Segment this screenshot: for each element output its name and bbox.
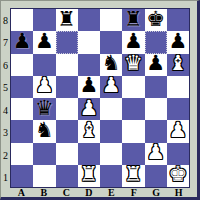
square-d1[interactable]: ♜ <box>78 165 100 187</box>
file-label-c: C <box>55 187 78 198</box>
square-g4[interactable] <box>145 98 167 120</box>
piece-white-pawn: ♟ <box>102 76 121 97</box>
file-labels: ABCDEFGH <box>10 187 190 198</box>
square-g1[interactable] <box>145 165 167 187</box>
square-b1[interactable] <box>33 165 55 187</box>
square-c2[interactable] <box>56 143 78 165</box>
piece-black-pawn: ♟ <box>13 31 32 52</box>
square-e4[interactable] <box>100 98 122 120</box>
square-e6[interactable]: ♞ <box>100 54 122 76</box>
square-d6[interactable] <box>78 54 100 76</box>
piece-black-queen: ♛ <box>35 98 54 119</box>
square-a1[interactable] <box>11 165 33 187</box>
board-frame: 87654321 ♜♜♚♟♟♟♟♞♛♟♝♟♟♟♛♟♞♝♟♟♜♜♚ ABCDEFG… <box>0 0 200 200</box>
square-b6[interactable] <box>33 54 55 76</box>
piece-black-knight: ♞ <box>102 54 121 75</box>
square-h2[interactable] <box>167 143 189 165</box>
piece-white-pawn: ♟ <box>146 143 165 164</box>
square-d5[interactable]: ♟ <box>78 76 100 98</box>
square-f2[interactable] <box>122 143 144 165</box>
square-f3[interactable] <box>122 120 144 142</box>
square-h7[interactable]: ♟ <box>167 31 189 53</box>
square-a7[interactable]: ♟ <box>11 31 33 53</box>
square-f1[interactable]: ♜ <box>122 165 144 187</box>
square-a3[interactable] <box>11 120 33 142</box>
piece-black-pawn: ♟ <box>79 76 98 97</box>
square-g8[interactable]: ♚ <box>145 9 167 31</box>
square-d4[interactable]: ♟ <box>78 98 100 120</box>
piece-black-rook: ♜ <box>124 9 143 30</box>
piece-white-pawn: ♟ <box>35 76 54 97</box>
square-c1[interactable] <box>56 165 78 187</box>
square-e2[interactable] <box>100 143 122 165</box>
square-f8[interactable]: ♜ <box>122 9 144 31</box>
square-a4[interactable] <box>11 98 33 120</box>
piece-white-pawn: ♟ <box>168 120 187 141</box>
square-g6[interactable]: ♟ <box>145 54 167 76</box>
rank-label-6: 6 <box>1 54 10 77</box>
piece-white-bishop: ♝ <box>79 120 98 141</box>
square-c7[interactable] <box>56 31 78 53</box>
piece-white-pawn: ♟ <box>79 98 98 119</box>
piece-white-queen: ♛ <box>124 54 143 75</box>
square-b5[interactable]: ♟ <box>33 76 55 98</box>
square-c4[interactable] <box>56 98 78 120</box>
piece-black-king: ♚ <box>146 9 165 30</box>
rank-label-3: 3 <box>1 122 10 145</box>
piece-white-rook: ♜ <box>124 165 143 186</box>
square-e5[interactable]: ♟ <box>100 76 122 98</box>
square-b2[interactable] <box>33 143 55 165</box>
piece-black-knight: ♞ <box>35 120 54 141</box>
square-h1[interactable]: ♚ <box>167 165 189 187</box>
square-h8[interactable] <box>167 9 189 31</box>
square-e1[interactable] <box>100 165 122 187</box>
rank-label-2: 2 <box>1 144 10 167</box>
file-label-d: D <box>78 187 101 198</box>
piece-black-pawn: ♟ <box>35 31 54 52</box>
rank-label-7: 7 <box>1 32 10 55</box>
chess-board: ♜♜♚♟♟♟♟♞♛♟♝♟♟♟♛♟♞♝♟♟♜♜♚ <box>10 8 190 188</box>
square-b4[interactable]: ♛ <box>33 98 55 120</box>
rank-label-4: 4 <box>1 99 10 122</box>
square-e3[interactable] <box>100 120 122 142</box>
file-label-a: A <box>10 187 33 198</box>
square-c6[interactable] <box>56 54 78 76</box>
square-c8[interactable]: ♜ <box>56 9 78 31</box>
square-b3[interactable]: ♞ <box>33 120 55 142</box>
square-g5[interactable] <box>145 76 167 98</box>
square-a5[interactable] <box>11 76 33 98</box>
square-b8[interactable] <box>33 9 55 31</box>
square-h6[interactable]: ♝ <box>167 54 189 76</box>
rank-label-1: 1 <box>1 167 10 190</box>
square-b7[interactable]: ♟ <box>33 31 55 53</box>
rank-label-8: 8 <box>1 9 10 32</box>
rank-label-5: 5 <box>1 77 10 100</box>
piece-black-pawn: ♟ <box>124 31 143 52</box>
square-h3[interactable]: ♟ <box>167 120 189 142</box>
file-label-h: H <box>168 187 191 198</box>
square-a2[interactable] <box>11 143 33 165</box>
square-c5[interactable] <box>56 76 78 98</box>
piece-black-rook: ♜ <box>57 9 76 30</box>
square-d2[interactable] <box>78 143 100 165</box>
square-g2[interactable]: ♟ <box>145 143 167 165</box>
square-a8[interactable] <box>11 9 33 31</box>
file-label-b: B <box>33 187 56 198</box>
square-d7[interactable] <box>78 31 100 53</box>
square-d3[interactable]: ♝ <box>78 120 100 142</box>
square-d8[interactable] <box>78 9 100 31</box>
square-f5[interactable] <box>122 76 144 98</box>
square-e7[interactable] <box>100 31 122 53</box>
square-h4[interactable] <box>167 98 189 120</box>
square-f4[interactable] <box>122 98 144 120</box>
square-f7[interactable]: ♟ <box>122 31 144 53</box>
piece-white-rook: ♜ <box>79 165 98 186</box>
piece-black-pawn: ♟ <box>146 54 165 75</box>
file-label-e: E <box>100 187 123 198</box>
square-f6[interactable]: ♛ <box>122 54 144 76</box>
piece-black-pawn: ♟ <box>168 31 187 52</box>
piece-white-king: ♚ <box>168 165 187 186</box>
file-label-g: G <box>145 187 168 198</box>
file-label-f: F <box>123 187 146 198</box>
square-g7[interactable] <box>145 31 167 53</box>
square-h5[interactable] <box>167 76 189 98</box>
square-c3[interactable] <box>56 120 78 142</box>
rank-labels: 87654321 <box>1 9 10 189</box>
square-g3[interactable] <box>145 120 167 142</box>
square-a6[interactable] <box>11 54 33 76</box>
square-e8[interactable] <box>100 9 122 31</box>
piece-white-bishop: ♝ <box>168 54 187 75</box>
